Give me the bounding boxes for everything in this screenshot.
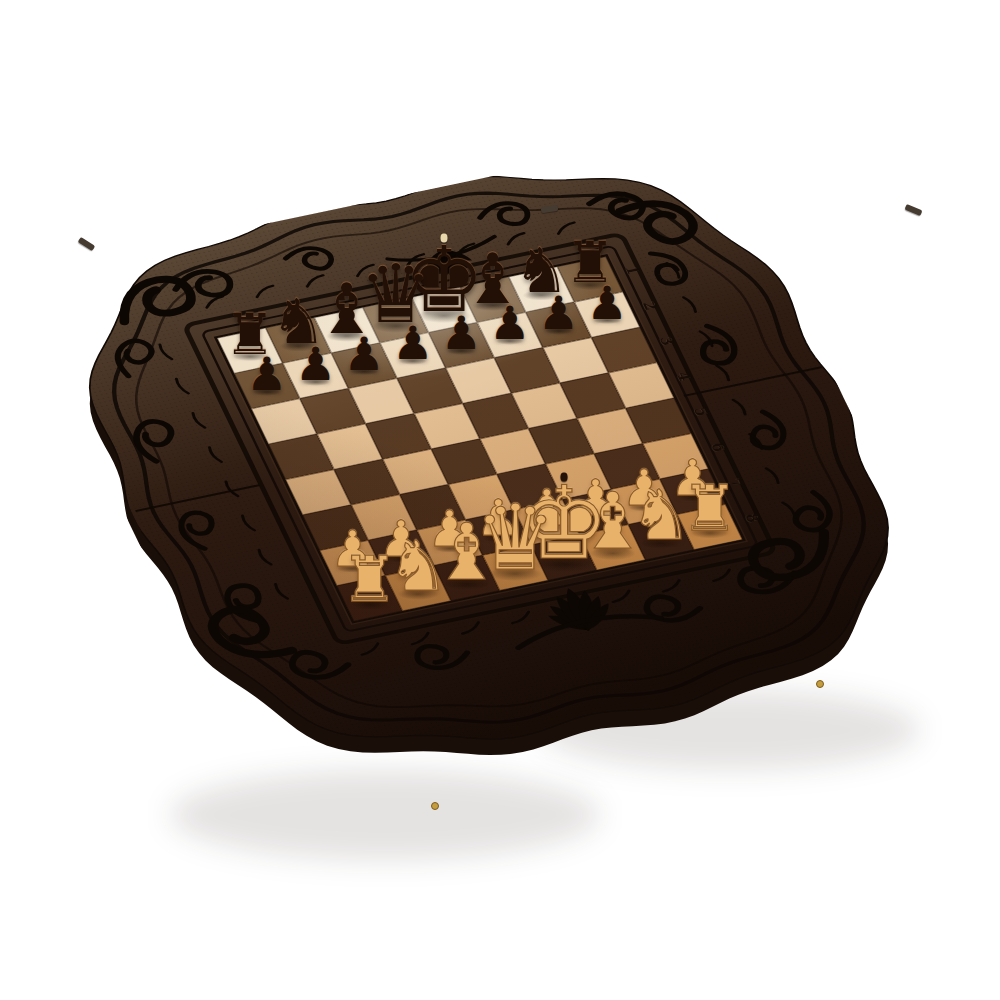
piece-white-rook[interactable]: ♜ — [341, 548, 398, 611]
brass-pin-icon — [431, 802, 439, 810]
piece-black-pawn[interactable]: ♟ — [489, 301, 530, 347]
clasp-icon — [904, 204, 922, 216]
piece-black-pawn[interactable]: ♟ — [295, 342, 336, 388]
product-photo: 12345678 ♜♞♝♛♚♝♞♜♟♟♟♟♟♟♟♟♟♟♟♟♟♟♟♟♜♞♝♛♚♝♞… — [0, 0, 1000, 1000]
piece-black-pawn[interactable]: ♟ — [344, 331, 385, 377]
brass-pin-icon — [816, 680, 824, 688]
piece-black-pawn[interactable]: ♟ — [538, 291, 579, 337]
piece-black-pawn[interactable]: ♟ — [246, 352, 287, 398]
clasp-icon — [78, 237, 96, 251]
piece-black-pawn[interactable]: ♟ — [587, 280, 628, 326]
piece-black-pawn[interactable]: ♟ — [441, 311, 482, 357]
piece-black-pawn[interactable]: ♟ — [392, 321, 433, 367]
